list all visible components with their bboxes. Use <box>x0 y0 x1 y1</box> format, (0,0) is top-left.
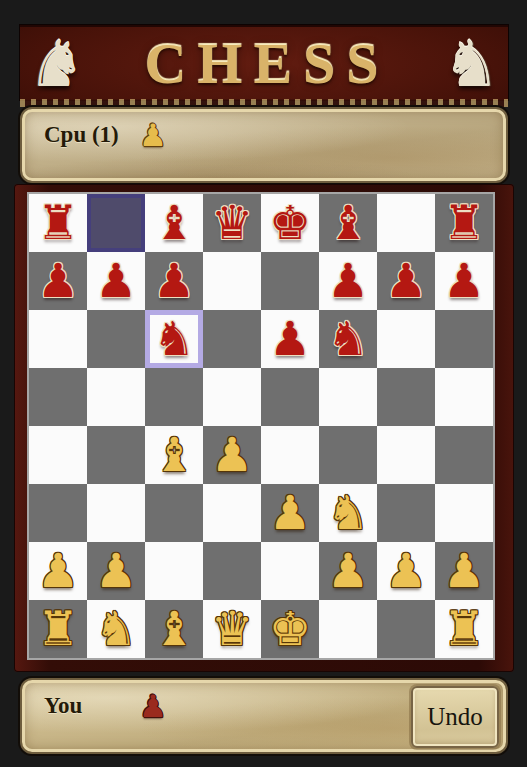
white-rook: ♜ <box>37 600 79 658</box>
square-c8[interactable]: ♝ <box>145 194 203 252</box>
square-b7[interactable]: ♟ <box>87 252 145 310</box>
square-f1[interactable] <box>319 600 377 658</box>
square-f4[interactable] <box>319 426 377 484</box>
white-pawn: ♟ <box>37 542 79 600</box>
square-e2[interactable] <box>261 542 319 600</box>
square-f3[interactable]: ♞ <box>319 484 377 542</box>
square-h8[interactable]: ♜ <box>435 194 493 252</box>
app-title: CHESS <box>144 30 389 97</box>
square-a4[interactable] <box>29 426 87 484</box>
square-g5[interactable] <box>377 368 435 426</box>
square-e6[interactable]: ♟ <box>261 310 319 368</box>
square-a1[interactable]: ♜ <box>29 600 87 658</box>
square-b1[interactable]: ♞ <box>87 600 145 658</box>
white-bishop: ♝ <box>153 600 195 658</box>
square-e8[interactable]: ♚ <box>261 194 319 252</box>
black-pawn: ♟ <box>153 252 195 310</box>
square-a5[interactable] <box>29 368 87 426</box>
white-knight: ♞ <box>95 600 137 658</box>
square-g2[interactable]: ♟ <box>377 542 435 600</box>
white-pawn: ♟ <box>385 542 427 600</box>
player-bar-row: You ♟ <box>22 689 167 723</box>
square-c2[interactable] <box>145 542 203 600</box>
square-h4[interactable] <box>435 426 493 484</box>
square-e1[interactable]: ♚ <box>261 600 319 658</box>
chess-board: ♜♝♛♚♝♜♟♟♟♟♟♟♞♟♞♝♟♟♞♟♟♟♟♟♜♞♝♛♚♜ <box>27 192 495 660</box>
player-name: You <box>44 693 139 719</box>
square-b4[interactable] <box>87 426 145 484</box>
white-queen: ♛ <box>211 600 253 658</box>
white-knight-icon-right: ♞ <box>443 32 500 96</box>
square-f5[interactable] <box>319 368 377 426</box>
square-d8[interactable]: ♛ <box>203 194 261 252</box>
square-b5[interactable] <box>87 368 145 426</box>
square-d3[interactable] <box>203 484 261 542</box>
square-b6[interactable] <box>87 310 145 368</box>
square-g6[interactable] <box>377 310 435 368</box>
square-d7[interactable] <box>203 252 261 310</box>
square-c7[interactable]: ♟ <box>145 252 203 310</box>
square-d4[interactable]: ♟ <box>203 426 261 484</box>
black-queen: ♛ <box>211 194 253 252</box>
black-bishop: ♝ <box>327 194 369 252</box>
player-bar: You ♟ Undo <box>20 678 508 754</box>
square-b8[interactable] <box>87 194 145 252</box>
square-c1[interactable]: ♝ <box>145 600 203 658</box>
square-d1[interactable]: ♛ <box>203 600 261 658</box>
black-pawn: ♟ <box>327 252 369 310</box>
square-e7[interactable] <box>261 252 319 310</box>
square-a7[interactable]: ♟ <box>29 252 87 310</box>
black-pawn: ♟ <box>443 252 485 310</box>
undo-button-label: Undo <box>427 703 483 731</box>
square-h6[interactable] <box>435 310 493 368</box>
square-b3[interactable] <box>87 484 145 542</box>
white-king: ♚ <box>269 600 311 658</box>
title-banner: ♞ CHESS ♞ <box>20 25 508 100</box>
square-e4[interactable] <box>261 426 319 484</box>
square-c6[interactable]: ♞ <box>145 310 203 368</box>
opponent-name: Cpu (1) <box>44 122 139 148</box>
square-d5[interactable] <box>203 368 261 426</box>
white-pawn: ♟ <box>269 484 311 542</box>
black-pawn: ♟ <box>37 252 79 310</box>
square-h3[interactable] <box>435 484 493 542</box>
square-a2[interactable]: ♟ <box>29 542 87 600</box>
square-d6[interactable] <box>203 310 261 368</box>
square-f6[interactable]: ♞ <box>319 310 377 368</box>
white-bishop: ♝ <box>153 426 195 484</box>
white-pawn: ♟ <box>443 542 485 600</box>
black-pawn: ♟ <box>95 252 137 310</box>
white-pawn: ♟ <box>211 426 253 484</box>
square-c3[interactable] <box>145 484 203 542</box>
square-g3[interactable] <box>377 484 435 542</box>
square-g4[interactable] <box>377 426 435 484</box>
square-e3[interactable]: ♟ <box>261 484 319 542</box>
square-f2[interactable]: ♟ <box>319 542 377 600</box>
square-c4[interactable]: ♝ <box>145 426 203 484</box>
captured-white-pawn-icon: ♟ <box>139 118 167 152</box>
black-king: ♚ <box>269 194 311 252</box>
square-a8[interactable]: ♜ <box>29 194 87 252</box>
black-knight: ♞ <box>327 310 369 368</box>
black-pawn: ♟ <box>385 252 427 310</box>
square-d2[interactable] <box>203 542 261 600</box>
black-bishop: ♝ <box>153 194 195 252</box>
square-g8[interactable] <box>377 194 435 252</box>
square-h1[interactable]: ♜ <box>435 600 493 658</box>
black-rook: ♜ <box>443 194 485 252</box>
square-c5[interactable] <box>145 368 203 426</box>
square-f8[interactable]: ♝ <box>319 194 377 252</box>
square-g7[interactable]: ♟ <box>377 252 435 310</box>
square-e5[interactable] <box>261 368 319 426</box>
captured-black-pawn-icon: ♟ <box>139 689 167 723</box>
square-f7[interactable]: ♟ <box>319 252 377 310</box>
white-knight: ♞ <box>327 484 369 542</box>
undo-button[interactable]: Undo <box>411 686 499 748</box>
square-a6[interactable] <box>29 310 87 368</box>
white-pawn: ♟ <box>95 542 137 600</box>
square-h2[interactable]: ♟ <box>435 542 493 600</box>
opponent-bar-row: Cpu (1) ♟ <box>22 118 167 152</box>
black-pawn: ♟ <box>269 310 311 368</box>
opponent-bar: Cpu (1) ♟ <box>20 107 508 183</box>
black-knight: ♞ <box>153 310 195 368</box>
white-rook: ♜ <box>443 600 485 658</box>
board-frame: ♜♝♛♚♝♜♟♟♟♟♟♟♞♟♞♝♟♟♞♟♟♟♟♟♜♞♝♛♚♜ <box>14 184 514 672</box>
banner-gold-trim <box>20 99 508 107</box>
square-h7[interactable]: ♟ <box>435 252 493 310</box>
white-pawn: ♟ <box>327 542 369 600</box>
square-b2[interactable]: ♟ <box>87 542 145 600</box>
square-a3[interactable] <box>29 484 87 542</box>
black-rook: ♜ <box>37 194 79 252</box>
square-g1[interactable] <box>377 600 435 658</box>
square-h5[interactable] <box>435 368 493 426</box>
white-knight-icon-left: ♞ <box>28 32 85 96</box>
